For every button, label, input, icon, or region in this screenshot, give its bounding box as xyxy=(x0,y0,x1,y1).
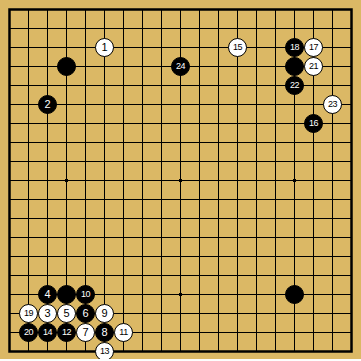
stone-black-handicap xyxy=(285,57,304,76)
move-number: 9 xyxy=(101,308,107,319)
stone-white-move-11: 11 xyxy=(114,323,133,342)
stone-black-move-10: 10 xyxy=(76,285,95,304)
move-number: 17 xyxy=(309,43,318,52)
stone-white-move-21: 21 xyxy=(304,57,323,76)
stone-white-move-19: 19 xyxy=(19,304,38,323)
move-number: 21 xyxy=(309,62,318,71)
stone-black-move-18: 18 xyxy=(285,38,304,57)
move-number: 23 xyxy=(328,100,337,109)
stone-black-move-12: 12 xyxy=(57,323,76,342)
move-number: 2 xyxy=(44,99,50,110)
stone-black-move-20: 20 xyxy=(19,323,38,342)
move-number: 19 xyxy=(24,309,33,318)
move-number: 24 xyxy=(176,62,185,71)
move-number: 22 xyxy=(290,81,299,90)
go-diagram: 123456789101112131415161718192021222324 xyxy=(0,0,361,361)
stone-black-move-8: 8 xyxy=(95,323,114,342)
stone-white-move-1: 1 xyxy=(95,38,114,57)
stone-white-move-17: 17 xyxy=(304,38,323,57)
stone-white-move-15: 15 xyxy=(228,38,247,57)
move-number: 3 xyxy=(44,308,50,319)
move-number: 13 xyxy=(100,347,109,356)
move-number: 14 xyxy=(43,328,52,337)
stone-white-move-23: 23 xyxy=(323,95,342,114)
stone-white-move-3: 3 xyxy=(38,304,57,323)
move-number: 15 xyxy=(233,43,242,52)
stone-black-handicap xyxy=(57,57,76,76)
stone-white-move-5: 5 xyxy=(57,304,76,323)
stone-black-move-22: 22 xyxy=(285,76,304,95)
stone-white-move-7: 7 xyxy=(76,323,95,342)
stone-white-move-9: 9 xyxy=(95,304,114,323)
stone-black-move-2: 2 xyxy=(38,95,57,114)
move-number: 16 xyxy=(309,119,318,128)
move-number: 18 xyxy=(290,43,299,52)
move-number: 10 xyxy=(81,290,90,299)
move-number: 12 xyxy=(62,328,71,337)
stone-black-move-16: 16 xyxy=(304,114,323,133)
stone-black-handicap xyxy=(57,285,76,304)
stone-black-move-4: 4 xyxy=(38,285,57,304)
stone-black-handicap xyxy=(285,285,304,304)
stone-black-move-24: 24 xyxy=(171,57,190,76)
go-board-grid[interactable]: 123456789101112131415161718192021222324 xyxy=(0,0,361,361)
stone-black-move-14: 14 xyxy=(38,323,57,342)
move-number: 4 xyxy=(44,289,50,300)
move-number: 11 xyxy=(119,328,128,337)
move-number: 6 xyxy=(82,308,88,319)
move-number: 5 xyxy=(63,308,69,319)
stone-black-move-6: 6 xyxy=(76,304,95,323)
move-number: 20 xyxy=(24,328,33,337)
move-number: 8 xyxy=(101,327,107,338)
move-number: 7 xyxy=(82,327,88,338)
move-number: 1 xyxy=(101,42,107,53)
